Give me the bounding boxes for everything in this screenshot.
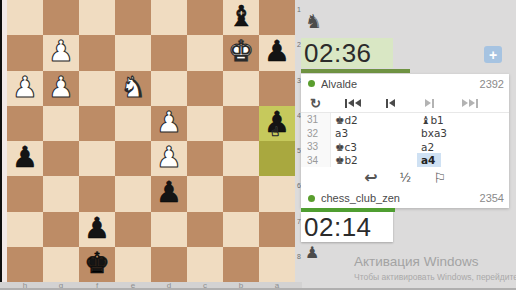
- square-g3[interactable]: ♟: [43, 71, 79, 106]
- square-d6[interactable]: ♟: [151, 176, 187, 211]
- square-g1[interactable]: [43, 0, 79, 35]
- square-c2[interactable]: [187, 35, 223, 70]
- square-f5[interactable]: [79, 141, 115, 176]
- square-b3[interactable]: [223, 71, 259, 106]
- next-move-button[interactable]: [425, 93, 434, 113]
- chess-board[interactable]: ♝♟♚♟♟♟♞♟♟☝♟♟♟♟♚: [7, 0, 295, 282]
- square-f3[interactable]: [79, 71, 115, 106]
- takeback-icon[interactable]: ↩: [364, 170, 377, 186]
- square-h1[interactable]: [7, 0, 43, 35]
- square-b6[interactable]: [223, 176, 259, 211]
- move-row-31: 31♚d2♝b1: [301, 113, 509, 127]
- square-h7[interactable]: [7, 212, 43, 247]
- square-g8[interactable]: [43, 247, 79, 282]
- square-e4[interactable]: [115, 106, 151, 141]
- square-a3[interactable]: [259, 71, 295, 106]
- square-d1[interactable]: [151, 0, 187, 35]
- black-pawn-piece[interactable]: ♟: [264, 37, 290, 66]
- black-move[interactable]: bxa3: [421, 127, 509, 139]
- online-dot: [308, 80, 315, 87]
- square-c3[interactable]: [187, 71, 223, 106]
- square-h8[interactable]: [7, 247, 43, 282]
- square-a8[interactable]: [259, 247, 295, 282]
- black-king-piece[interactable]: ♚: [84, 249, 110, 278]
- square-a6[interactable]: [259, 176, 295, 211]
- top-player-row: Alvalde 2392: [301, 74, 509, 93]
- white-knight-piece[interactable]: ♞: [120, 73, 146, 102]
- square-b1[interactable]: ♝: [223, 0, 259, 35]
- square-d4[interactable]: ♟: [151, 106, 187, 141]
- square-f4[interactable]: [79, 106, 115, 141]
- bottom-player-row: chess_club_zen 2354: [301, 188, 509, 208]
- square-h6[interactable]: [7, 176, 43, 211]
- white-pawn-piece[interactable]: ♟: [156, 108, 182, 137]
- square-e7[interactable]: [115, 212, 151, 247]
- square-b4[interactable]: [223, 106, 259, 141]
- bottom-player-name[interactable]: chess_club_zen: [321, 192, 480, 204]
- square-g2[interactable]: ♟: [43, 35, 79, 70]
- white-king-piece[interactable]: ♚: [228, 37, 254, 66]
- square-c7[interactable]: [187, 212, 223, 247]
- windows-activation-watermark: Активация Windows: [354, 254, 478, 269]
- square-f6[interactable]: [79, 176, 115, 211]
- square-d7[interactable]: [151, 212, 187, 247]
- square-h3[interactable]: ♟: [7, 71, 43, 106]
- square-d3[interactable]: [151, 71, 187, 106]
- square-a4[interactable]: ♟☝: [259, 106, 295, 141]
- move-row-32: 32a3bxa3: [301, 127, 509, 141]
- white-move[interactable]: ♚b2: [331, 154, 421, 166]
- square-a1[interactable]: [259, 0, 295, 35]
- white-move[interactable]: ♚c3: [331, 141, 421, 153]
- square-c5[interactable]: [187, 141, 223, 176]
- square-d5[interactable]: ♟: [151, 141, 187, 176]
- hand-cursor: ☝: [270, 125, 279, 139]
- square-e2[interactable]: [115, 35, 151, 70]
- draw-offer-button[interactable]: ½: [400, 172, 412, 184]
- lichess-game-screen: ♝♟♚♟♟♟♞♟♟☝♟♟♟♟♚ 12345678 hgfedcba ♞ ♟ 02…: [0, 0, 516, 290]
- square-e1[interactable]: [115, 0, 151, 35]
- move-row-33: 33♚c3a2: [301, 140, 509, 154]
- square-f8[interactable]: ♚: [79, 247, 115, 282]
- square-e3[interactable]: ♞: [115, 71, 151, 106]
- square-g5[interactable]: [43, 141, 79, 176]
- knight-icon: ♞: [305, 12, 322, 31]
- black-player-clock: 02:14: [301, 212, 393, 242]
- white-pawn-piece[interactable]: ♟: [48, 73, 74, 102]
- black-pawn-piece[interactable]: ♟: [84, 214, 110, 243]
- square-f2[interactable]: [79, 35, 115, 70]
- square-c8[interactable]: [187, 247, 223, 282]
- square-c4[interactable]: [187, 106, 223, 141]
- bottom-player-rating: 2354: [480, 192, 504, 204]
- flip-board-icon[interactable]: ↻: [310, 93, 321, 113]
- square-b8[interactable]: [223, 247, 259, 282]
- square-b2[interactable]: ♚: [223, 35, 259, 70]
- pawn-icon: ♟: [305, 245, 319, 261]
- square-f1[interactable]: [79, 0, 115, 35]
- square-d8[interactable]: [151, 247, 187, 282]
- move-number: 34: [301, 154, 331, 168]
- clock-bottom-progress-bar: [301, 208, 395, 212]
- clock-top-progress-bar: [301, 69, 410, 73]
- move-nav-toolbar: ↻: [301, 93, 509, 113]
- square-d2[interactable]: [151, 35, 187, 70]
- top-player-name[interactable]: Alvalde: [321, 78, 480, 90]
- square-g4[interactable]: [43, 106, 79, 141]
- square-g7[interactable]: [43, 212, 79, 247]
- square-e8[interactable]: [115, 247, 151, 282]
- square-h2[interactable]: [7, 35, 43, 70]
- square-h4[interactable]: [7, 106, 43, 141]
- square-a7[interactable]: [259, 212, 295, 247]
- move-number: 33: [301, 140, 331, 154]
- black-move[interactable]: a4: [421, 154, 509, 166]
- resign-flag-icon[interactable]: ⚐: [433, 171, 446, 185]
- give-time-button[interactable]: +: [484, 46, 502, 63]
- square-g6[interactable]: [43, 176, 79, 211]
- white-move[interactable]: ♚d2: [331, 114, 421, 126]
- black-move[interactable]: ♝b1: [421, 114, 509, 126]
- black-pawn-piece[interactable]: ♟: [156, 178, 182, 207]
- move-list: 31♚d2♝b132a3bxa333♚c3a234♚b2a4: [301, 113, 509, 167]
- black-pawn-piece[interactable]: ♟: [12, 143, 38, 172]
- game-actions-row: ↩ ½ ⚐: [301, 167, 509, 188]
- white-pawn-piece[interactable]: ♟: [12, 73, 38, 102]
- rank-label-1: 1: [295, 6, 303, 13]
- square-b5[interactable]: [223, 141, 259, 176]
- first-move-button[interactable]: [345, 93, 361, 113]
- square-f7[interactable]: ♟: [79, 212, 115, 247]
- square-e6[interactable]: [115, 176, 151, 211]
- white-move[interactable]: a3: [331, 127, 421, 139]
- square-h5[interactable]: ♟: [7, 141, 43, 176]
- square-b7[interactable]: [223, 212, 259, 247]
- last-move-button[interactable]: [462, 93, 478, 113]
- square-c1[interactable]: [187, 0, 223, 35]
- windows-activation-watermark-sub: Чтобы активировать Windows, перейдите: [354, 272, 516, 282]
- square-a5[interactable]: [259, 141, 295, 176]
- white-player-clock: 02:36: [301, 38, 393, 68]
- white-pawn-piece[interactable]: ♟: [48, 37, 74, 66]
- square-a2[interactable]: ♟: [259, 35, 295, 70]
- move-number: 31: [301, 113, 331, 127]
- square-e5[interactable]: [115, 141, 151, 176]
- square-c6[interactable]: [187, 176, 223, 211]
- rank-label-8: 8: [295, 253, 303, 260]
- move-row-34: 34♚b2a4: [301, 154, 509, 168]
- white-pawn-piece[interactable]: ♟: [156, 143, 182, 172]
- previous-move-button[interactable]: [386, 93, 395, 113]
- top-player-rating: 2392: [480, 78, 504, 90]
- online-dot: [308, 195, 315, 202]
- black-bishop-piece[interactable]: ♝: [228, 2, 254, 31]
- black-move[interactable]: a2: [421, 141, 509, 153]
- game-panel: Alvalde 2392 ↻ 31♚d2♝b132a3bxa333♚c3a234…: [301, 74, 509, 208]
- move-number: 32: [301, 127, 331, 141]
